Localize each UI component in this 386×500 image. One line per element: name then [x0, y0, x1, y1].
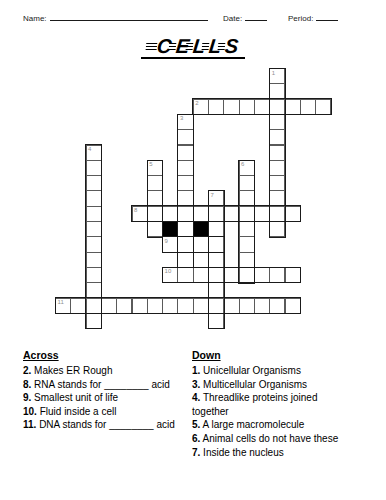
- grid-cell[interactable]: [269, 267, 285, 283]
- cell-number: 2: [195, 100, 198, 106]
- grid-cell[interactable]: [86, 298, 102, 314]
- grid-cell[interactable]: [177, 160, 193, 176]
- cell-number: 4: [88, 146, 91, 152]
- cell-number: 11: [58, 299, 64, 305]
- grid-cell[interactable]: [269, 206, 285, 222]
- grid-cell[interactable]: [177, 145, 193, 161]
- date-blank-line[interactable]: [245, 12, 267, 21]
- period-label: Period:: [288, 14, 313, 23]
- grid-cell[interactable]: [147, 298, 163, 314]
- clue-number: 11.: [23, 419, 36, 430]
- grid-cell[interactable]: 1: [269, 68, 285, 84]
- grid-cell[interactable]: [269, 175, 285, 191]
- clue-text: Multicellular Organisms: [200, 379, 307, 390]
- grid-cell[interactable]: [208, 236, 224, 252]
- grid-cell[interactable]: [239, 267, 255, 283]
- page-title: CELLS: [0, 36, 386, 59]
- grid-cell[interactable]: [86, 175, 102, 191]
- grid-cell[interactable]: [208, 298, 224, 314]
- grid-cell[interactable]: [239, 236, 255, 252]
- grid-cell[interactable]: [254, 298, 270, 314]
- grid-cell[interactable]: [86, 236, 102, 252]
- clue-number: 10.: [23, 406, 37, 417]
- grid-cell[interactable]: [208, 221, 224, 237]
- grid-cell[interactable]: [208, 99, 224, 115]
- clue-text: Smallest unit of life: [31, 392, 118, 403]
- grid-cell[interactable]: [239, 221, 255, 237]
- grid-cell[interactable]: 8: [132, 206, 148, 222]
- grid-cell[interactable]: [116, 298, 132, 314]
- grid-cell[interactable]: [269, 114, 285, 130]
- cell-number: 7: [211, 192, 214, 198]
- grid-cell[interactable]: [177, 267, 193, 283]
- grid-cell[interactable]: [177, 129, 193, 145]
- grid-cell[interactable]: 3: [177, 114, 193, 130]
- name-blank-line[interactable]: [50, 12, 208, 21]
- grid-cell[interactable]: [86, 206, 102, 222]
- grid-cell[interactable]: 7: [208, 190, 224, 206]
- grid-cell[interactable]: [208, 267, 224, 283]
- grid-cell[interactable]: [285, 99, 301, 115]
- across-clue-list: 2. Makes ER Rough8. RNA stands for _____…: [23, 364, 175, 432]
- grid-cell[interactable]: [86, 282, 102, 298]
- grid-cell[interactable]: [239, 190, 255, 206]
- grid-cell[interactable]: [208, 313, 224, 329]
- grid-cell[interactable]: [101, 298, 117, 314]
- grid-cell[interactable]: 10: [162, 267, 178, 283]
- grid-cell[interactable]: [177, 175, 193, 191]
- grid-cell[interactable]: [285, 206, 301, 222]
- clue-item: 1. Unicellular Organisms: [192, 364, 352, 378]
- grid-cell[interactable]: [193, 267, 209, 283]
- clue-item: 6. Animal cells do not have these: [192, 432, 352, 446]
- clue-item: 2. Makes ER Rough: [23, 364, 175, 378]
- grid-cell[interactable]: 6: [239, 160, 255, 176]
- grid-cell[interactable]: [223, 206, 239, 222]
- clue-item: 8. RNA stands for ________ acid: [23, 378, 175, 392]
- grid-cell[interactable]: 5: [147, 160, 163, 176]
- grid-cell[interactable]: [193, 298, 209, 314]
- clue-text: Animal cells do not have these: [200, 433, 338, 444]
- grid-cell[interactable]: [177, 221, 193, 237]
- period-blank-line[interactable]: [316, 12, 338, 21]
- grid-cell[interactable]: [300, 99, 316, 115]
- clue-item: 10. Fluid inside a cell: [23, 405, 175, 419]
- grid-cell[interactable]: [269, 145, 285, 161]
- grid-cell[interactable]: [208, 206, 224, 222]
- title-letter: S: [224, 36, 239, 56]
- date-label: Date:: [223, 14, 242, 23]
- grid-cell[interactable]: [208, 282, 224, 298]
- grid-cell[interactable]: 2: [193, 99, 209, 115]
- grid-cell[interactable]: [269, 99, 285, 115]
- clue-item: 5. A large macromolecule: [192, 418, 352, 432]
- grid-cell[interactable]: [315, 99, 331, 115]
- grid-cell[interactable]: 11: [55, 298, 71, 314]
- grid-cell[interactable]: [223, 298, 239, 314]
- name-field-group: Name:: [23, 12, 208, 23]
- grid-cell[interactable]: [147, 206, 163, 222]
- grid-cell[interactable]: [239, 175, 255, 191]
- grid-cell[interactable]: [86, 313, 102, 329]
- grid-cell[interactable]: [147, 190, 163, 206]
- grid-cell[interactable]: [177, 236, 193, 252]
- clue-text: RNA stands for ________ acid: [31, 379, 169, 390]
- cell-number: 1: [272, 70, 275, 76]
- grid-cell[interactable]: [177, 252, 193, 268]
- cell-number: 5: [149, 161, 152, 167]
- grid-cell[interactable]: [239, 206, 255, 222]
- grid-cell[interactable]: [223, 267, 239, 283]
- across-clues-section: Across 2. Makes ER Rough8. RNA stands fo…: [23, 349, 175, 432]
- grid-cell[interactable]: [285, 298, 301, 314]
- black-cell: [162, 221, 178, 237]
- grid-cell[interactable]: [147, 221, 163, 237]
- cell-number: 9: [165, 238, 168, 244]
- grid-cell[interactable]: [254, 99, 270, 115]
- grid-cell[interactable]: [132, 298, 148, 314]
- grid-cell[interactable]: [239, 252, 255, 268]
- grid-cell[interactable]: [86, 160, 102, 176]
- down-heading: Down: [192, 349, 352, 361]
- grid-cell[interactable]: [86, 252, 102, 268]
- grid-cell[interactable]: [193, 236, 209, 252]
- clue-item: 4. Threadlike proteins joined together: [192, 391, 352, 418]
- cell-number: 10: [165, 268, 172, 274]
- grid-cell[interactable]: [269, 221, 285, 237]
- black-cell: [193, 221, 209, 237]
- grid-cell[interactable]: [86, 267, 102, 283]
- grid-cell[interactable]: [193, 206, 209, 222]
- grid-cell[interactable]: [162, 298, 178, 314]
- clue-text: A large macromolecule: [200, 419, 304, 430]
- grid-cell[interactable]: [269, 190, 285, 206]
- grid-cell[interactable]: [177, 298, 193, 314]
- grid-cell[interactable]: [147, 175, 163, 191]
- grid-cell[interactable]: [208, 252, 224, 268]
- clue-item: 11. DNA stands for ________ acid: [23, 418, 175, 432]
- grid-cell[interactable]: [285, 267, 301, 283]
- grid-cell[interactable]: [70, 298, 86, 314]
- grid-cell[interactable]: [162, 206, 178, 222]
- grid-cell[interactable]: [177, 190, 193, 206]
- down-clues-section: Down 1. Unicellular Organisms3. Multicel…: [192, 349, 352, 459]
- cell-number: 8: [134, 207, 137, 213]
- name-label: Name:: [23, 14, 47, 23]
- grid-cell[interactable]: [86, 221, 102, 237]
- clue-text: DNA stands for ________ acid: [36, 419, 174, 430]
- grid-cell[interactable]: 4: [86, 145, 102, 161]
- cell-number: 6: [241, 161, 244, 167]
- date-field-group: Date:: [223, 12, 267, 23]
- clue-text: Fluid inside a cell: [37, 406, 116, 417]
- grid-cell[interactable]: [269, 83, 285, 99]
- worksheet-page: { "header": { "name_label": "Name:", "da…: [0, 0, 386, 500]
- grid-cell[interactable]: [177, 206, 193, 222]
- clue-text: Unicellular Organisms: [200, 365, 301, 376]
- grid-cell[interactable]: [269, 160, 285, 176]
- grid-cell[interactable]: 9: [162, 236, 178, 252]
- grid-cell[interactable]: [86, 190, 102, 206]
- clue-text: Inside the nucleus: [200, 447, 283, 458]
- grid-cell[interactable]: [254, 267, 270, 283]
- grid-cell[interactable]: [269, 298, 285, 314]
- title-logo: CELLS: [141, 36, 245, 59]
- cell-number: 3: [180, 115, 183, 121]
- period-field-group: Period:: [288, 12, 338, 23]
- grid-cell[interactable]: [239, 99, 255, 115]
- down-clue-list: 1. Unicellular Organisms3. Multicellular…: [192, 364, 352, 459]
- crossword-grid: 1234567891011: [55, 68, 332, 330]
- grid-cell[interactable]: [269, 129, 285, 145]
- grid-cell[interactable]: [254, 206, 270, 222]
- across-heading: Across: [23, 349, 175, 361]
- grid-cell[interactable]: [239, 298, 255, 314]
- clue-text: Makes ER Rough: [31, 365, 112, 376]
- grid-cell[interactable]: [223, 99, 239, 115]
- clue-item: 3. Multicellular Organisms: [192, 378, 352, 392]
- clue-item: 7. Inside the nucleus: [192, 446, 352, 460]
- clue-text: Threadlike proteins joined together: [192, 392, 317, 417]
- clue-item: 9. Smallest unit of life: [23, 391, 175, 405]
